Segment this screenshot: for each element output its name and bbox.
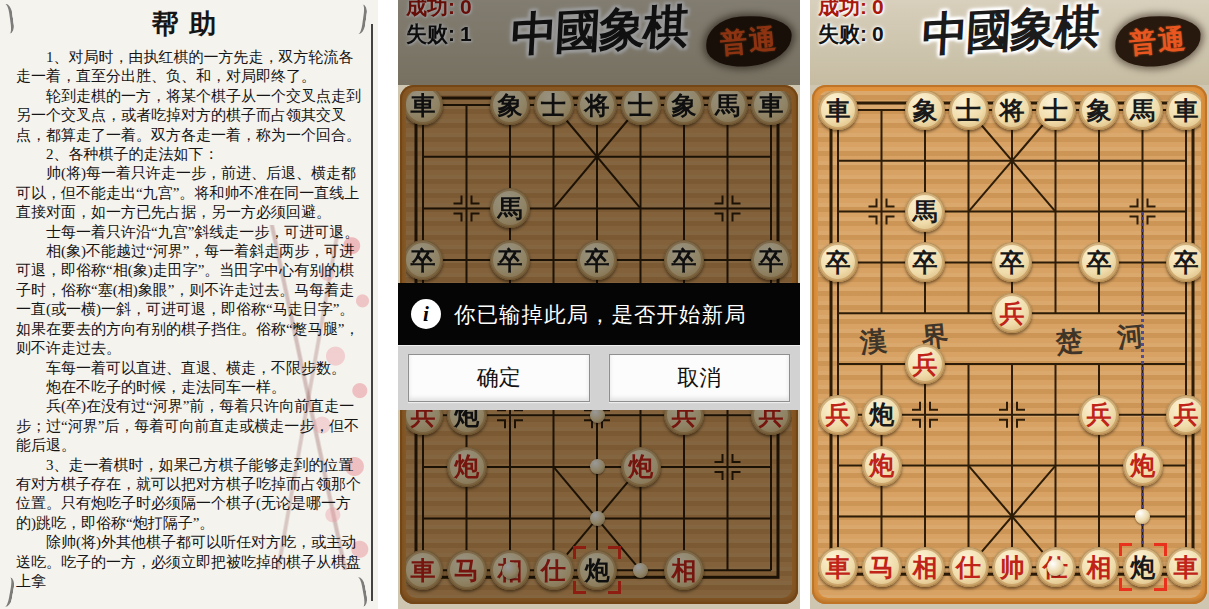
info-icon: i: [411, 299, 441, 329]
help-paragraph: 除帅(将)外其他棋子都可以听任对方吃，或主动送吃。吃子的一方，必须立即把被吃掉的…: [16, 533, 364, 591]
game-over-dialog: i 你已输掉此局，是否开始新局 确定 取消: [398, 283, 800, 410]
game-screen-right: 成功:0 失败:0 中國象棋 普通 漢 界楚 河車象士将士象馬車馬卒卒卒卒卒兵兵…: [810, 0, 1209, 609]
piece-black[interactable]: 士: [949, 91, 989, 130]
piece-black[interactable]: 馬: [905, 192, 945, 232]
piece-red[interactable]: 兵: [818, 395, 858, 435]
score-stats: 成功:0 失败:1: [406, 0, 472, 47]
piece-red[interactable]: 马: [447, 550, 487, 590]
piece-red[interactable]: 炮: [447, 447, 487, 487]
piece-black[interactable]: 炮: [862, 395, 902, 435]
move-dot[interactable]: [590, 459, 605, 474]
piece-red[interactable]: 兵: [1079, 395, 1119, 435]
cancel-button[interactable]: 取消: [609, 354, 791, 402]
piece-black[interactable]: 車: [818, 91, 858, 130]
piece-red[interactable]: 兵: [992, 293, 1032, 333]
piece-black[interactable]: 将: [992, 91, 1032, 130]
piece-red[interactable]: 車: [1166, 547, 1201, 587]
help-paragraph: 士每一着只许沿“九宫”斜线走一步，可进可退。: [16, 223, 364, 242]
help-paragraph: 3、走一着棋时，如果己方棋子能够走到的位置有对方棋子存在，就可以把对方棋子吃掉而…: [16, 456, 364, 534]
piece-black[interactable]: 車: [1166, 91, 1201, 130]
piece-red[interactable]: 炮: [1123, 446, 1163, 486]
piece-black[interactable]: 卒: [577, 240, 617, 280]
help-paragraph: 炮在不吃子的时候，走法同车一样。: [16, 378, 364, 397]
dialog-message: 你已输掉此局，是否开始新局: [454, 300, 747, 329]
capture-dot[interactable]: [502, 562, 519, 579]
piece-red[interactable]: 兵: [1166, 395, 1201, 435]
piece-black[interactable]: 象: [905, 91, 945, 130]
help-paragraph: 轮到走棋的一方，将某个棋子从一个交叉点走到另一个交叉点，或者吃掉对方的棋子而占领…: [16, 87, 364, 145]
piece-red[interactable]: 相: [905, 547, 945, 587]
xiangqi-board[interactable]: 漢 界楚 河車象士将士象馬車馬卒卒卒卒卒兵兵兵炮兵兵炮炮車马相仕帅仕相炮車: [818, 91, 1201, 598]
game-header: 成功:0 失败:0 中國象棋 普通: [810, 0, 1209, 85]
piece-red[interactable]: 仕: [534, 550, 574, 590]
help-panel: 帮助 1、对局时，由执红棋的一方先走，双方轮流各走一着，直至分出胜、负、和，对局…: [0, 0, 378, 609]
piece-red[interactable]: 兵: [905, 344, 945, 384]
piece-red[interactable]: 仕: [949, 547, 989, 587]
piece-black[interactable]: 卒: [1166, 242, 1201, 282]
board-frame: 漢 界楚 河車象士将士象馬車馬卒卒卒卒卒兵兵兵炮兵兵炮炮車马相仕帅仕相炮車: [812, 85, 1207, 604]
help-paragraph: 2、各种棋子的走法如下：: [16, 145, 364, 164]
help-text: 1、对局时，由执红棋的一方先走，双方轮流各走一着，直至分出胜、负、和，对局即终了…: [0, 46, 378, 591]
ok-button[interactable]: 确定: [408, 354, 590, 402]
selected-piece-brackets: [573, 546, 621, 594]
move-dot[interactable]: [1135, 509, 1150, 524]
difficulty-stamp: 普通: [1113, 12, 1203, 69]
help-paragraph: 车每一着可以直进、直退、横走，不限步数。: [16, 359, 364, 378]
piece-red[interactable]: 相: [1079, 547, 1119, 587]
piece-black[interactable]: 卒: [664, 240, 704, 280]
game-screen-middle: 成功:0 失败:1 中國象棋 普通 漢 界楚 河車象士将士象馬車馬卒卒卒卒卒兵炮…: [398, 0, 800, 609]
move-dot[interactable]: [590, 511, 605, 526]
game-area: 成功:0 失败:0 中國象棋 普通 漢 界楚 河車象士将士象馬車馬卒卒卒卒卒兵兵…: [810, 0, 1209, 609]
app-title: 中國象棋: [509, 0, 688, 67]
help-paragraph: 兵(卒)在没有过“河界”前，每着只许向前直走一步；过“河界”后，每着可向前直走或…: [16, 397, 364, 455]
piece-black[interactable]: 卒: [751, 240, 791, 280]
piece-black[interactable]: 士: [1036, 91, 1076, 130]
piece-red[interactable]: 马: [862, 547, 902, 587]
dialog-buttons: 确定 取消: [398, 345, 800, 410]
piece-red[interactable]: 車: [818, 547, 858, 587]
dialog-message-bar: i 你已输掉此局，是否开始新局: [398, 283, 800, 345]
piece-red[interactable]: 炮: [862, 446, 902, 486]
game-header: 成功:0 失败:1 中國象棋 普通: [398, 0, 800, 85]
piece-red[interactable]: 炮: [621, 447, 661, 487]
help-title: 帮助: [0, 6, 378, 42]
help-paragraph: 1、对局时，由执红棋的一方先走，双方轮流各走一着，直至分出胜、负、和，对局即终了…: [16, 48, 364, 87]
score-stats: 成功:0 失败:0: [818, 0, 884, 47]
help-paragraph: 相(象)不能越过“河界”，每一着斜走两步，可进可退，即俗称“相(象)走田字”。当…: [16, 242, 364, 358]
success-count: 成功:0: [406, 0, 472, 20]
capture-dot[interactable]: [1047, 559, 1064, 576]
difficulty-stamp: 普通: [704, 12, 794, 69]
piece-black[interactable]: 馬: [1123, 91, 1163, 130]
help-paragraph: 帅(将)每一着只许走一步，前进、后退、横走都可以，但不能走出“九宫”。将和帅不准…: [16, 164, 364, 222]
app-title: 中國象棋: [920, 0, 1099, 67]
piece-black[interactable]: 象: [1079, 91, 1119, 130]
success-count: 成功:0: [818, 0, 884, 20]
piece-red[interactable]: 帅: [992, 547, 1032, 587]
fail-count: 失败:1: [406, 20, 472, 47]
piece-black[interactable]: 卒: [490, 240, 530, 280]
selected-piece-brackets: [1119, 543, 1167, 591]
move-dot[interactable]: [633, 563, 648, 578]
fail-count: 失败:0: [818, 20, 884, 47]
